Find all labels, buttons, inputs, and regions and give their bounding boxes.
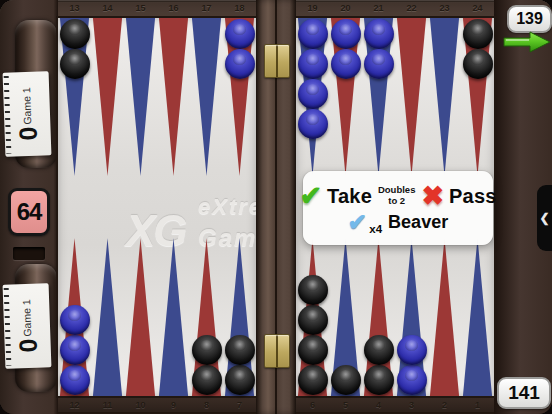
center-bar: [256, 0, 296, 414]
nums-top_right: 192021222324: [296, 2, 494, 15]
blue-checker[interactable]: [298, 79, 328, 109]
point-18[interactable]: [223, 18, 256, 207]
black-checker[interactable]: [298, 305, 328, 335]
point-number-16: 16: [157, 2, 190, 15]
black-checker[interactable]: [331, 365, 361, 395]
black-checker[interactable]: [298, 335, 328, 365]
blue-checker[interactable]: [364, 49, 394, 79]
point-number-23: 23: [428, 2, 461, 15]
doubles-to-label: Doubles to 2: [378, 185, 415, 207]
checker-stack: [91, 18, 124, 207]
checker-stack: [223, 207, 256, 396]
black-checker[interactable]: [364, 365, 394, 395]
black-checker[interactable]: [463, 19, 493, 49]
black-checker[interactable]: [192, 335, 222, 365]
checker-stack: [91, 207, 124, 396]
black-checker[interactable]: [60, 49, 90, 79]
point-number-15: 15: [124, 2, 157, 15]
blue-checker[interactable]: [60, 365, 90, 395]
blue-checker[interactable]: [331, 49, 361, 79]
checker-stack: [124, 18, 157, 207]
point-number-13: 13: [58, 2, 91, 15]
checker-stack: [157, 207, 190, 396]
point-8[interactable]: [190, 207, 223, 396]
pip-count-top: 139: [507, 5, 552, 33]
checker-stack: [124, 207, 157, 396]
black-checker[interactable]: [192, 365, 222, 395]
blue-checker[interactable]: [331, 19, 361, 49]
black-checker[interactable]: [225, 365, 255, 395]
score-bottom: 0: [15, 338, 40, 353]
point-number-4: 4: [362, 399, 395, 412]
blue-checker[interactable]: [225, 19, 255, 49]
point-number-11: 11: [91, 399, 124, 412]
blue-check-icon: ✔: [348, 209, 367, 235]
cube-slot: [13, 247, 45, 260]
point-10[interactable]: [124, 207, 157, 396]
point-number-21: 21: [362, 2, 395, 15]
score-pad-bottom: 0 Game 1: [3, 283, 52, 369]
green-check-icon: ✔: [299, 183, 322, 210]
nums-bottom_right: 654321: [296, 399, 494, 412]
point-number-24: 24: [461, 2, 494, 15]
checker-stack: [190, 18, 223, 207]
blue-checker[interactable]: [298, 19, 328, 49]
brass-hinge-top: [264, 44, 290, 78]
direction-arrow-icon: [503, 30, 552, 54]
beaver-button[interactable]: ✔ x4 Beaver: [348, 211, 448, 234]
point-14[interactable]: [91, 18, 124, 207]
point-9[interactable]: [157, 207, 190, 396]
black-checker[interactable]: [298, 275, 328, 305]
take-button[interactable]: ✔ Take: [299, 183, 372, 210]
score-pad-top: 0 Game 1: [3, 71, 52, 157]
pip-count-bottom: 141: [497, 377, 551, 409]
blue-checker[interactable]: [298, 49, 328, 79]
checker-stack: [190, 207, 223, 396]
blue-checker[interactable]: [225, 49, 255, 79]
nums-bottom_left: 121110987: [58, 399, 256, 412]
game-label-top: Game 1: [20, 87, 33, 125]
point-number-3: 3: [395, 399, 428, 412]
black-checker[interactable]: [463, 49, 493, 79]
point-15[interactable]: [124, 18, 157, 207]
nums-top_left: 131415161718: [58, 2, 256, 15]
blue-checker[interactable]: [298, 109, 328, 139]
point-17[interactable]: [190, 18, 223, 207]
doubling-cube[interactable]: 64: [8, 188, 50, 236]
score-top: 0: [15, 126, 40, 141]
black-checker[interactable]: [225, 335, 255, 365]
quad-bottom_left: [58, 207, 256, 396]
black-checker[interactable]: [60, 19, 90, 49]
point-number-8: 8: [190, 399, 223, 412]
pass-button[interactable]: ✖ Pass: [421, 183, 496, 210]
blue-checker[interactable]: [364, 19, 394, 49]
point-16[interactable]: [157, 18, 190, 207]
point-number-6: 6: [296, 399, 329, 412]
point-number-2: 2: [428, 399, 461, 412]
backgammon-board: XG eXtreme Gammon XG eXtreme Gammon 1314…: [0, 0, 552, 414]
blue-checker[interactable]: [397, 335, 427, 365]
point-number-14: 14: [91, 2, 124, 15]
field-left-half: XG eXtreme Gammon: [58, 18, 256, 396]
point-number-18: 18: [223, 2, 256, 15]
take-label: Take: [327, 185, 372, 208]
point-number-17: 17: [190, 2, 223, 15]
beaver-multiplier: x4: [369, 223, 382, 235]
double-offer-dialog: ✔ Take Doubles to 2 ✖ Pass ✔ x4: [303, 171, 493, 245]
red-cross-icon: ✖: [421, 183, 444, 210]
checker-stack: [223, 18, 256, 207]
point-11[interactable]: [91, 207, 124, 396]
quad-top_left: [58, 18, 256, 207]
point-number-19: 19: [296, 2, 329, 15]
slide-panel-tab[interactable]: ❮: [537, 185, 552, 251]
point-number-1: 1: [461, 399, 494, 412]
blue-checker[interactable]: [397, 365, 427, 395]
black-checker[interactable]: [298, 365, 328, 395]
point-number-10: 10: [124, 399, 157, 412]
chevron-left-icon: ❮: [539, 211, 549, 225]
beaver-label: Beaver: [388, 212, 448, 233]
checker-stack: [157, 18, 190, 207]
point-number-22: 22: [395, 2, 428, 15]
point-number-5: 5: [329, 399, 362, 412]
pass-label: Pass: [449, 185, 497, 208]
point-number-7: 7: [223, 399, 256, 412]
brass-hinge-bottom: [264, 334, 290, 368]
game-label-bottom: Game 1: [20, 299, 33, 337]
app-window: XG eXtreme Gammon XG eXtreme Gammon 1314…: [0, 0, 552, 414]
point-number-20: 20: [329, 2, 362, 15]
black-checker[interactable]: [364, 335, 394, 365]
point-number-12: 12: [58, 399, 91, 412]
point-number-9: 9: [157, 399, 190, 412]
point-7[interactable]: [223, 207, 256, 396]
